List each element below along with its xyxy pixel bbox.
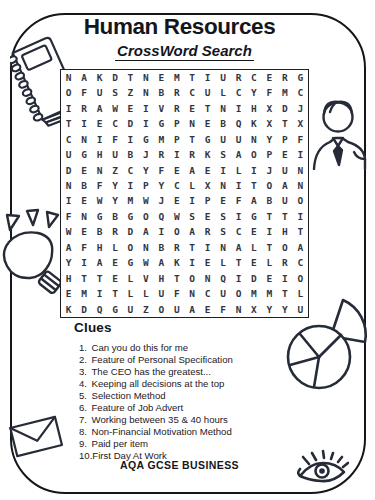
clue-item: 5.Selection Method <box>74 389 233 401</box>
grid-cell-r14c13[interactable]: D <box>246 271 261 286</box>
grid-cell-r8c4[interactable]: Y <box>107 178 122 193</box>
grid-cell-r7c3[interactable]: N <box>92 163 107 178</box>
grid-cell-r1c10[interactable]: I <box>200 70 215 85</box>
grid-cell-r1c14[interactable]: E <box>262 70 277 85</box>
grid-cell-r10c15[interactable]: T <box>277 209 292 224</box>
grid-cell-r3c10[interactable]: T <box>200 101 215 116</box>
grid-cell-r13c7[interactable]: A <box>154 255 169 270</box>
grid-cell-r7c15[interactable]: U <box>277 163 292 178</box>
grid-cell-r13c2[interactable]: I <box>76 255 91 270</box>
grid-cell-r7c6[interactable]: Y <box>138 163 153 178</box>
grid-cell-r2c8[interactable]: R <box>169 85 184 100</box>
clue-text: Feature of Personal Specification <box>92 354 233 365</box>
envelope-icon <box>8 409 64 463</box>
grid-cell-r12c12[interactable]: A <box>231 240 246 255</box>
grid-cell-r16c10[interactable]: E <box>200 302 215 317</box>
clue-item: 8.Non-Financial Motivation Method <box>74 426 233 438</box>
grid-cell-r8c11[interactable]: N <box>215 178 230 193</box>
grid-cell-r5c7[interactable]: M <box>154 132 169 147</box>
grid-cell-r9c4[interactable]: Y <box>107 194 122 209</box>
grid-cell-r6c2[interactable]: G <box>76 147 91 162</box>
clues-heading: Clues <box>74 320 233 335</box>
grid-cell-r6c7[interactable]: R <box>154 147 169 162</box>
grid-cell-r8c12[interactable]: I <box>231 178 246 193</box>
grid-cell-r5c5[interactable]: I <box>123 132 138 147</box>
grid-cell-r8c7[interactable]: Y <box>154 178 169 193</box>
grid-cell-r15c10[interactable]: C <box>200 286 215 301</box>
grid-cell-r4c1[interactable]: T <box>61 116 76 131</box>
grid-cell-r10c3[interactable]: G <box>92 209 107 224</box>
grid-cell-r13c5[interactable]: G <box>123 255 138 270</box>
grid-cell-r9c3[interactable]: W <box>92 194 107 209</box>
grid-cell-r4c16[interactable]: X <box>293 116 308 131</box>
grid-cell-r10c13[interactable]: G <box>246 209 261 224</box>
clue-item: 2.Feature of Personal Specification <box>74 353 233 365</box>
grid-cell-r11c3[interactable]: B <box>92 224 107 239</box>
grid-cell-r16c11[interactable]: F <box>215 302 230 317</box>
grid-cell-r11c5[interactable]: D <box>123 224 138 239</box>
grid-cell-r11c14[interactable]: I <box>262 224 277 239</box>
grid-cell-r8c5[interactable]: I <box>123 178 138 193</box>
grid-cell-r7c10[interactable]: E <box>200 163 215 178</box>
grid-cell-r13c11[interactable]: L <box>215 255 230 270</box>
grid-cell-r15c13[interactable]: M <box>246 286 261 301</box>
grid-cell-r11c1[interactable]: W <box>61 224 76 239</box>
grid-cell-r3c7[interactable]: V <box>154 101 169 116</box>
grid-cell-r16c3[interactable]: Q <box>92 302 107 317</box>
grid-cell-r10c12[interactable]: I <box>231 209 246 224</box>
grid-cell-r14c14[interactable]: E <box>262 271 277 286</box>
grid-cell-r4c2[interactable]: I <box>76 116 91 131</box>
grid-cell-r8c9[interactable]: L <box>185 178 200 193</box>
grid-cell-r11c2[interactable]: E <box>76 224 91 239</box>
grid-cell-r11c16[interactable]: T <box>293 224 308 239</box>
grid-cell-r15c7[interactable]: U <box>154 286 169 301</box>
grid-cell-r5c15[interactable]: P <box>277 132 292 147</box>
grid-cell-r14c10[interactable]: N <box>200 271 215 286</box>
grid-cell-r14c15[interactable]: I <box>277 271 292 286</box>
grid-cell-r5c8[interactable]: P <box>169 132 184 147</box>
page-subtitle: CrossWord Search <box>115 42 254 61</box>
clue-number: 2. <box>79 354 92 365</box>
grid-cell-r15c4[interactable]: T <box>107 286 122 301</box>
grid-cell-r9c5[interactable]: M <box>123 194 138 209</box>
grid-cell-r14c7[interactable]: H <box>154 271 169 286</box>
grid-cell-r14c3[interactable]: T <box>92 271 107 286</box>
grid-cell-r7c5[interactable]: C <box>123 163 138 178</box>
grid-cell-r10c4[interactable]: B <box>107 209 122 224</box>
grid-cell-r1c7[interactable]: E <box>154 70 169 85</box>
clue-item: 1.Can you do this for me <box>74 341 233 353</box>
grid-cell-r12c7[interactable]: B <box>154 240 169 255</box>
grid-cell-r16c6[interactable]: Z <box>138 302 153 317</box>
grid-cell-r11c15[interactable]: H <box>277 224 292 239</box>
grid-cell-r8c10[interactable]: X <box>200 178 215 193</box>
grid-cell-r10c5[interactable]: G <box>123 209 138 224</box>
clue-number: 1. <box>79 342 92 353</box>
grid-cell-r12c14[interactable]: T <box>262 240 277 255</box>
grid-cell-r8c2[interactable]: B <box>76 178 91 193</box>
grid-cell-r12c1[interactable]: A <box>61 240 76 255</box>
clue-item: 3.The CEO has the greatest... <box>74 365 233 377</box>
grid-cell-r4c10[interactable]: E <box>200 116 215 131</box>
grid-cell-r14c5[interactable]: L <box>123 271 138 286</box>
grid-cell-r2c13[interactable]: Y <box>246 85 261 100</box>
grid-cell-r12c6[interactable]: N <box>138 240 153 255</box>
grid-cell-r2c15[interactable]: M <box>277 85 292 100</box>
grid-cell-r4c12[interactable]: Q <box>231 116 246 131</box>
grid-cell-r6c9[interactable]: R <box>185 147 200 162</box>
grid-cell-r2c9[interactable]: C <box>185 85 200 100</box>
footer-text: AQA GCSE BUSINESS <box>0 459 359 471</box>
grid-cell-r2c12[interactable]: C <box>231 85 246 100</box>
clues-list: 1.Can you do this for me2.Feature of Per… <box>74 341 233 462</box>
grid-cell-r9c2[interactable]: E <box>76 194 91 209</box>
grid-cell-r9c11[interactable]: E <box>215 194 230 209</box>
grid-cell-r13c4[interactable]: E <box>107 255 122 270</box>
grid-cell-r4c8[interactable]: P <box>169 116 184 131</box>
grid-cell-r1c16[interactable]: G <box>293 70 308 85</box>
grid-cell-r3c16[interactable]: J <box>293 101 308 116</box>
grid-cell-r14c4[interactable]: E <box>107 271 122 286</box>
grid-cell-r2c2[interactable]: F <box>76 85 91 100</box>
grid-cell-r2c5[interactable]: Z <box>123 85 138 100</box>
grid-cell-r6c16[interactable]: I <box>293 147 308 162</box>
grid-cell-r11c9[interactable]: A <box>185 224 200 239</box>
grid-cell-r5c3[interactable]: I <box>92 132 107 147</box>
grid-cell-r6c1[interactable]: U <box>61 147 76 162</box>
clue-text: The CEO has the greatest... <box>92 366 211 377</box>
clue-number: 8. <box>79 426 92 437</box>
grid-cell-r14c6[interactable]: V <box>138 271 153 286</box>
grid-cell-r4c3[interactable]: E <box>92 116 107 131</box>
grid-cell-r16c7[interactable]: O <box>154 302 169 317</box>
grid-cell-r4c6[interactable]: I <box>138 116 153 131</box>
grid-cell-r15c12[interactable]: O <box>231 286 246 301</box>
grid-cell-r11c4[interactable]: R <box>107 224 122 239</box>
clue-item: 9.Paid per item <box>74 438 233 450</box>
grid-cell-r2c14[interactable]: F <box>262 85 277 100</box>
clue-text: Can you do this for me <box>92 342 189 353</box>
grid-cell-r10c7[interactable]: Q <box>154 209 169 224</box>
grid-cell-r1c12[interactable]: R <box>231 70 246 85</box>
grid-cell-r9c12[interactable]: F <box>231 194 246 209</box>
grid-cell-r9c10[interactable]: P <box>200 194 215 209</box>
grid-cell-r13c16[interactable]: C <box>293 255 308 270</box>
grid-cell-r5c1[interactable]: C <box>61 132 76 147</box>
grid-cell-r12c16[interactable]: A <box>293 240 308 255</box>
grid-cell-r15c14[interactable]: M <box>262 286 277 301</box>
grid-cell-r1c11[interactable]: U <box>215 70 230 85</box>
grid-cell-r3c1[interactable]: I <box>61 101 76 116</box>
grid-cell-r3c4[interactable]: W <box>107 101 122 116</box>
grid-cell-r16c9[interactable]: A <box>185 302 200 317</box>
grid-cell-r13c15[interactable]: R <box>277 255 292 270</box>
grid-cell-r15c2[interactable]: M <box>76 286 91 301</box>
grid-cell-r13c6[interactable]: W <box>138 255 153 270</box>
grid-cell-r14c1[interactable]: H <box>61 271 76 286</box>
grid-cell-r1c4[interactable]: D <box>107 70 122 85</box>
grid-cell-r12c13[interactable]: L <box>246 240 261 255</box>
clues-section: Clues 1.Can you do this for me2.Feature … <box>74 320 233 462</box>
clue-number: 3. <box>79 366 92 377</box>
grid-cell-r11c13[interactable]: E <box>246 224 261 239</box>
grid-cell-r4c15[interactable]: T <box>277 116 292 131</box>
grid-cell-r3c6[interactable]: I <box>138 101 153 116</box>
grid-cell-r9c6[interactable]: W <box>138 194 153 209</box>
clue-text: Selection Method <box>92 390 166 401</box>
grid-cell-r14c2[interactable]: T <box>76 271 91 286</box>
clue-number: 9. <box>79 438 92 449</box>
grid-cell-r2c4[interactable]: S <box>107 85 122 100</box>
grid-cell-r1c3[interactable]: K <box>92 70 107 85</box>
grid-cell-r16c1[interactable]: K <box>61 302 76 317</box>
grid-cell-r10c1[interactable]: F <box>61 209 76 224</box>
grid-cell-r11c6[interactable]: A <box>138 224 153 239</box>
grid-cell-r3c13[interactable]: H <box>246 101 261 116</box>
clue-text: Keeping all decisions at the top <box>92 378 225 389</box>
grid-cell-r5c9[interactable]: T <box>185 132 200 147</box>
grid-cell-r2c7[interactable]: B <box>154 85 169 100</box>
grid-cell-r12c11[interactable]: N <box>215 240 230 255</box>
grid-cell-r10c14[interactable]: T <box>262 209 277 224</box>
grid-cell-r6c5[interactable]: B <box>123 147 138 162</box>
grid-cell-r6c13[interactable]: O <box>246 147 261 162</box>
grid-cell-r10c2[interactable]: N <box>76 209 91 224</box>
grid-cell-r12c3[interactable]: H <box>92 240 107 255</box>
grid-cell-r1c1[interactable]: N <box>61 70 76 85</box>
clue-item: 4.Keeping all decisions at the top <box>74 377 233 389</box>
grid-cell-r16c15[interactable]: Y <box>277 302 292 317</box>
clue-text: Paid per item <box>92 438 149 449</box>
grid-cell-r12c2[interactable]: F <box>76 240 91 255</box>
grid-cell-r6c12[interactable]: A <box>231 147 246 162</box>
grid-cell-r16c13[interactable]: X <box>246 302 261 317</box>
grid-cell-r11c11[interactable]: S <box>215 224 230 239</box>
businessman-icon <box>311 92 368 170</box>
grid-cell-r1c9[interactable]: T <box>185 70 200 85</box>
grid-cell-r2c16[interactable]: C <box>293 85 308 100</box>
grid-cell-r6c14[interactable]: P <box>262 147 277 162</box>
clue-item: 7.Working between 35 & 40 hours <box>74 414 233 426</box>
grid-cell-r15c11[interactable]: U <box>215 286 230 301</box>
grid-cell-r11c7[interactable]: I <box>154 224 169 239</box>
grid-cell-r9c9[interactable]: I <box>185 194 200 209</box>
clue-text: Feature of Job Advert <box>92 402 184 413</box>
grid-cell-r2c11[interactable]: L <box>215 85 230 100</box>
grid-cell-r7c16[interactable]: N <box>293 163 308 178</box>
grid-cell-r7c1[interactable]: D <box>61 163 76 178</box>
grid-cell-r15c16[interactable]: L <box>293 286 308 301</box>
grid-cell-r3c15[interactable]: D <box>277 101 292 116</box>
grid-cell-r11c12[interactable]: C <box>231 224 246 239</box>
wordsearch-grid[interactable]: NAKDTNEMTIURCERGOFUSZNBRCULCYFMCIRAWEIVR… <box>60 69 309 318</box>
grid-cell-r13c3[interactable]: A <box>92 255 107 270</box>
grid-cell-r8c8[interactable]: C <box>169 178 184 193</box>
grid-cell-r6c8[interactable]: I <box>169 147 184 162</box>
grid-cell-r10c10[interactable]: E <box>200 209 215 224</box>
grid-cell-r7c9[interactable]: A <box>185 163 200 178</box>
grid-cell-r7c7[interactable]: F <box>154 163 169 178</box>
grid-cell-r5c6[interactable]: G <box>138 132 153 147</box>
grid-cell-r16c4[interactable]: G <box>107 302 122 317</box>
grid-cell-r14c8[interactable]: T <box>169 271 184 286</box>
grid-cell-r9c14[interactable]: B <box>262 194 277 209</box>
grid-cell-r7c14[interactable]: J <box>262 163 277 178</box>
grid-cell-r1c8[interactable]: M <box>169 70 184 85</box>
grid-cell-r7c4[interactable]: Z <box>107 163 122 178</box>
grid-cell-r3c11[interactable]: N <box>215 101 230 116</box>
grid-cell-r6c10[interactable]: K <box>200 147 215 162</box>
grid-cell-r15c9[interactable]: N <box>185 286 200 301</box>
grid-cell-r9c1[interactable]: I <box>61 194 76 209</box>
grid-cell-r10c9[interactable]: S <box>185 209 200 224</box>
grid-cell-r3c12[interactable]: I <box>231 101 246 116</box>
grid-cell-r7c2[interactable]: E <box>76 163 91 178</box>
grid-cell-r5c2[interactable]: N <box>76 132 91 147</box>
clue-number: 4. <box>79 378 92 389</box>
grid-cell-r8c16[interactable]: N <box>293 178 308 193</box>
grid-cell-r10c11[interactable]: S <box>215 209 230 224</box>
page-title: Human Resources <box>0 15 359 40</box>
grid-cell-r15c15[interactable]: T <box>277 286 292 301</box>
grid-cell-r12c4[interactable]: L <box>107 240 122 255</box>
grid-cell-r16c16[interactable]: U <box>293 302 308 317</box>
grid-cell-r5c10[interactable]: G <box>200 132 215 147</box>
grid-cell-r10c8[interactable]: W <box>169 209 184 224</box>
grid-cell-r16c8[interactable]: U <box>169 302 184 317</box>
grid-cell-r13c9[interactable]: I <box>185 255 200 270</box>
grid-cell-r8c15[interactable]: A <box>277 178 292 193</box>
grid-cell-r15c1[interactable]: E <box>61 286 76 301</box>
grid-cell-r12c10[interactable]: I <box>200 240 215 255</box>
grid-cell-r2c6[interactable]: N <box>138 85 153 100</box>
grid-cell-r6c15[interactable]: E <box>277 147 292 162</box>
grid-cell-r6c6[interactable]: J <box>138 147 153 162</box>
grid-cell-r12c5[interactable]: O <box>123 240 138 255</box>
grid-cell-r4c9[interactable]: N <box>185 116 200 131</box>
grid-cell-r8c13[interactable]: T <box>246 178 261 193</box>
grid-cell-r13c13[interactable]: E <box>246 255 261 270</box>
grid-cell-r13c8[interactable]: K <box>169 255 184 270</box>
grid-cell-r14c16[interactable]: O <box>293 271 308 286</box>
grid-cell-r13c1[interactable]: Y <box>61 255 76 270</box>
grid-cell-r7c13[interactable]: I <box>246 163 261 178</box>
grid-cell-r11c8[interactable]: O <box>169 224 184 239</box>
grid-cell-r13c12[interactable]: T <box>231 255 246 270</box>
grid-cell-r7c12[interactable]: L <box>231 163 246 178</box>
grid-cell-r5c13[interactable]: N <box>246 132 261 147</box>
clue-text: Non-Financial Motivation Method <box>92 426 232 437</box>
grid-cell-r4c5[interactable]: D <box>123 116 138 131</box>
grid-cell-r3c2[interactable]: R <box>76 101 91 116</box>
page-header: Human Resources CrossWord Search <box>0 15 359 61</box>
grid-cell-r2c1[interactable]: O <box>61 85 76 100</box>
grid-cell-r14c9[interactable]: O <box>185 271 200 286</box>
grid-cell-r2c3[interactable]: U <box>92 85 107 100</box>
grid-cell-r8c14[interactable]: O <box>262 178 277 193</box>
grid-cell-r4c14[interactable]: X <box>262 116 277 131</box>
grid-cell-r16c2[interactable]: D <box>76 302 91 317</box>
grid-cell-r1c5[interactable]: T <box>123 70 138 85</box>
grid-cell-r16c12[interactable]: N <box>231 302 246 317</box>
grid-cell-r10c6[interactable]: O <box>138 209 153 224</box>
clue-number: 5. <box>79 390 92 401</box>
grid-cell-r16c5[interactable]: U <box>123 302 138 317</box>
grid-cell-r5c12[interactable]: U <box>231 132 246 147</box>
grid-cell-r9c15[interactable]: U <box>277 194 292 209</box>
grid-cell-r1c2[interactable]: A <box>76 70 91 85</box>
grid-cell-r9c16[interactable]: O <box>293 194 308 209</box>
grid-cell-r10c16[interactable]: I <box>293 209 308 224</box>
grid-cell-r8c3[interactable]: F <box>92 178 107 193</box>
grid-cell-r14c12[interactable]: I <box>231 271 246 286</box>
grid-cell-r1c15[interactable]: R <box>277 70 292 85</box>
grid-cell-r12c15[interactable]: O <box>277 240 292 255</box>
grid-cell-r1c13[interactable]: C <box>246 70 261 85</box>
grid-cell-r3c5[interactable]: E <box>123 101 138 116</box>
grid-cell-r7c8[interactable]: E <box>169 163 184 178</box>
grid-cell-r16c14[interactable]: Y <box>262 302 277 317</box>
grid-cell-r15c6[interactable]: L <box>138 286 153 301</box>
grid-cell-r4c4[interactable]: C <box>107 116 122 131</box>
grid-cell-r6c11[interactable]: S <box>215 147 230 162</box>
grid-cell-r4c13[interactable]: K <box>246 116 261 131</box>
grid-cell-r5c11[interactable]: U <box>215 132 230 147</box>
grid-cell-r15c5[interactable]: L <box>123 286 138 301</box>
clue-item: 6.Feature of Job Advert <box>74 401 233 413</box>
grid-cell-r2c10[interactable]: U <box>200 85 215 100</box>
grid-cell-r3c3[interactable]: A <box>92 101 107 116</box>
grid-cell-r7c11[interactable]: I <box>215 163 230 178</box>
grid-cell-r3c9[interactable]: E <box>185 101 200 116</box>
clue-number: 6. <box>79 402 92 413</box>
grid-cell-r11c10[interactable]: R <box>200 224 215 239</box>
grid-cell-r5c4[interactable]: F <box>107 132 122 147</box>
grid-cell-r13c14[interactable]: L <box>262 255 277 270</box>
grid-cell-r3c14[interactable]: X <box>262 101 277 116</box>
grid-cell-r3c8[interactable]: R <box>169 101 184 116</box>
clue-number: 7. <box>79 414 92 425</box>
grid-cell-r13c10[interactable]: E <box>200 255 215 270</box>
grid-cell-r8c1[interactable]: N <box>61 178 76 193</box>
grid-cell-r4c7[interactable]: G <box>154 116 169 131</box>
grid-cell-r5c16[interactable]: F <box>293 132 308 147</box>
grid-cell-r8c6[interactable]: P <box>138 178 153 193</box>
clue-text: Working between 35 & 40 hours <box>92 414 228 425</box>
grid-cell-r9c7[interactable]: J <box>154 194 169 209</box>
grid-cell-r15c3[interactable]: I <box>92 286 107 301</box>
grid-cell-r5c14[interactable]: Y <box>262 132 277 147</box>
grid-cell-r6c4[interactable]: U <box>107 147 122 162</box>
grid-cell-r15c8[interactable]: F <box>169 286 184 301</box>
grid-cell-r1c6[interactable]: N <box>138 70 153 85</box>
grid-cell-r12c8[interactable]: R <box>169 240 184 255</box>
grid-cell-r9c13[interactable]: A <box>246 194 261 209</box>
grid-cell-r4c11[interactable]: B <box>215 116 230 131</box>
grid-cell-r14c11[interactable]: Q <box>215 271 230 286</box>
grid-cell-r9c8[interactable]: E <box>169 194 184 209</box>
grid-cell-r6c3[interactable]: H <box>92 147 107 162</box>
grid-cell-r12c9[interactable]: T <box>185 240 200 255</box>
